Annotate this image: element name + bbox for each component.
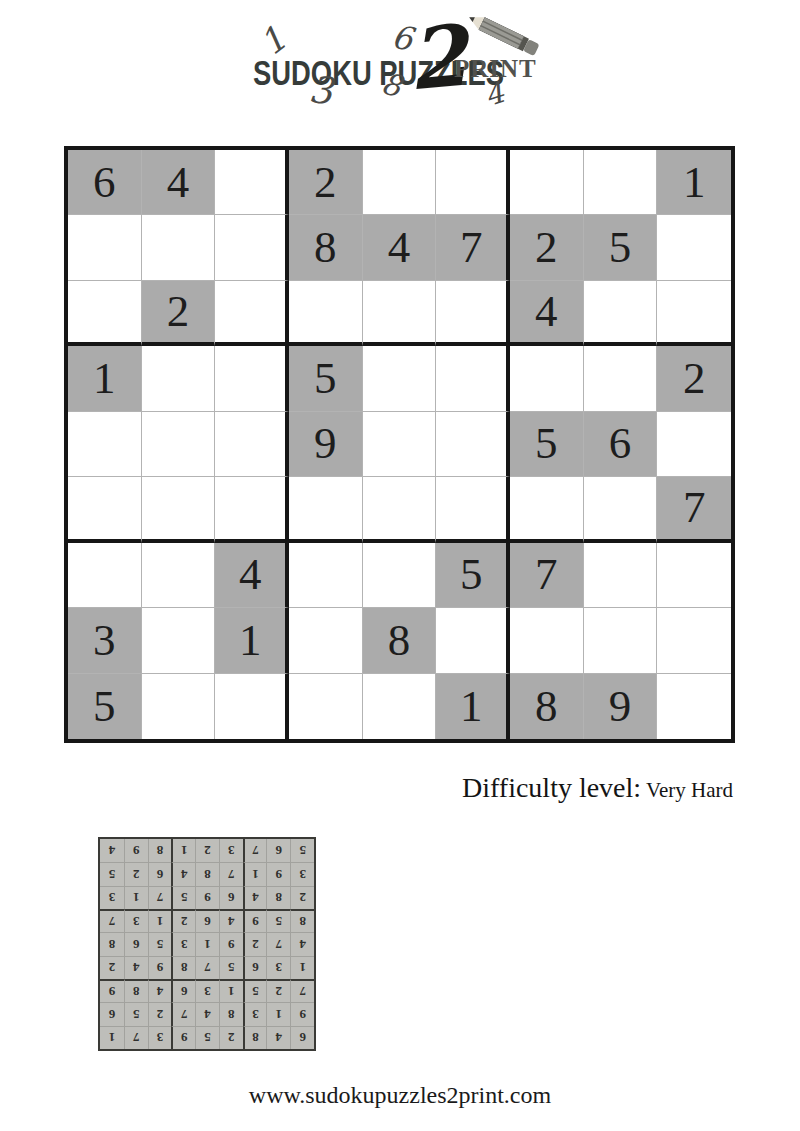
solution-cell-r8c3: 1 xyxy=(243,862,267,885)
cell-r4c7 xyxy=(510,346,584,411)
solution-cell-r3c7: 4 xyxy=(148,979,172,1002)
cell-r6c6 xyxy=(436,477,510,542)
solution-cell-r6c6: 2 xyxy=(171,909,195,932)
cell-r8c6 xyxy=(436,608,510,673)
cell-r2c6: 7 xyxy=(436,215,510,280)
cell-r8c2 xyxy=(142,608,216,673)
solution-cell-r1c3: 8 xyxy=(243,1026,267,1049)
cell-r7c2 xyxy=(142,543,216,608)
difficulty-value: Very Hard xyxy=(646,778,733,803)
cell-r1c8 xyxy=(584,150,658,215)
solution-cell-r2c9: 6 xyxy=(100,1002,124,1025)
solution-cell-r9c9: 4 xyxy=(100,839,124,862)
solution-cell-r1c5: 5 xyxy=(195,1026,219,1049)
cell-r1c1: 6 xyxy=(68,150,142,215)
solution-cell-r4c7: 9 xyxy=(148,956,172,979)
solution-cell-r9c4: 3 xyxy=(219,839,243,862)
sudoku-grid: 6421847252415295674573185189 xyxy=(64,146,735,743)
solution-cell-r3c8: 8 xyxy=(124,979,148,1002)
cell-r4c9: 2 xyxy=(657,346,731,411)
cell-r5c3 xyxy=(215,412,289,477)
solution-cell-r7c2: 8 xyxy=(266,886,290,909)
cell-r2c7: 2 xyxy=(510,215,584,280)
cell-r3c4 xyxy=(289,281,363,346)
solution-cell-r2c8: 5 xyxy=(124,1002,148,1025)
solution-cell-r5c9: 8 xyxy=(100,932,124,955)
cell-r8c5: 8 xyxy=(363,608,437,673)
cell-r1c5 xyxy=(363,150,437,215)
solution-cell-r5c4: 9 xyxy=(219,932,243,955)
cell-r4c1: 1 xyxy=(68,346,142,411)
cell-r6c7 xyxy=(510,477,584,542)
solution-cell-r6c2: 5 xyxy=(266,909,290,932)
solution-cell-r6c7: 1 xyxy=(148,909,172,932)
cell-r4c8 xyxy=(584,346,658,411)
solution-cell-r1c7: 3 xyxy=(148,1026,172,1049)
solution-cell-r7c3: 4 xyxy=(243,886,267,909)
solution-cell-r5c7: 5 xyxy=(148,932,172,955)
cell-r6c8 xyxy=(584,477,658,542)
cell-r3c3 xyxy=(215,281,289,346)
cell-r3c1 xyxy=(68,281,142,346)
solution-cell-r8c7: 6 xyxy=(148,862,172,885)
cell-r6c3 xyxy=(215,477,289,542)
solution-cell-r4c3: 6 xyxy=(243,956,267,979)
cell-r3c5 xyxy=(363,281,437,346)
cell-r9c1: 5 xyxy=(68,674,142,739)
cell-r9c8: 9 xyxy=(584,674,658,739)
cell-r1c9: 1 xyxy=(657,150,731,215)
solution-cell-r9c1: 5 xyxy=(290,839,314,862)
solution-cell-r4c5: 7 xyxy=(195,956,219,979)
solution-cell-r8c8: 2 xyxy=(124,862,148,885)
cell-r7c7: 7 xyxy=(510,543,584,608)
cell-r9c5 xyxy=(363,674,437,739)
cell-r9c9 xyxy=(657,674,731,739)
cell-r2c8: 5 xyxy=(584,215,658,280)
solution-cell-r4c4: 5 xyxy=(219,956,243,979)
logo: 1 SUDOKU PUZZLES 3 6 8 2 PRINT 4 xyxy=(0,0,800,130)
solution-cell-r7c5: 9 xyxy=(195,886,219,909)
solution-cell-r9c6: 1 xyxy=(171,839,195,862)
solution-cell-r7c4: 6 xyxy=(219,886,243,909)
cell-r4c3 xyxy=(215,346,289,411)
solution-cell-r1c1: 6 xyxy=(290,1026,314,1049)
solution-cell-r1c8: 7 xyxy=(124,1026,148,1049)
cell-r9c2 xyxy=(142,674,216,739)
cell-r6c9: 7 xyxy=(657,477,731,542)
solution-cell-r3c9: 9 xyxy=(100,979,124,1002)
cell-r2c4: 8 xyxy=(289,215,363,280)
solution-cell-r5c1: 4 xyxy=(290,932,314,955)
cell-r7c1 xyxy=(68,543,142,608)
solution-grid: 6482593719138472567251364891365789424729… xyxy=(98,837,316,1051)
solution-cell-r5c3: 2 xyxy=(243,932,267,955)
solution-cell-r8c4: 7 xyxy=(219,862,243,885)
solution-cell-r8c9: 5 xyxy=(100,862,124,885)
cell-r5c8: 6 xyxy=(584,412,658,477)
cell-r7c4 xyxy=(289,543,363,608)
solution-cell-r5c2: 7 xyxy=(266,932,290,955)
difficulty-label: Difficulty level: xyxy=(462,772,641,804)
cell-r6c5 xyxy=(363,477,437,542)
page: 1 SUDOKU PUZZLES 3 6 8 2 PRINT 4 6421847… xyxy=(0,0,800,1131)
solution-cell-r9c7: 8 xyxy=(148,839,172,862)
solution-cell-r1c6: 9 xyxy=(171,1026,195,1049)
cell-r9c4 xyxy=(289,674,363,739)
cell-r1c2: 4 xyxy=(142,150,216,215)
cell-r8c4 xyxy=(289,608,363,673)
cell-r4c4: 5 xyxy=(289,346,363,411)
solution-cell-r6c9: 7 xyxy=(100,909,124,932)
cell-r7c6: 5 xyxy=(436,543,510,608)
cell-r5c6 xyxy=(436,412,510,477)
solution-cell-r9c3: 7 xyxy=(243,839,267,862)
cell-r8c8 xyxy=(584,608,658,673)
cell-r3c2: 2 xyxy=(142,281,216,346)
cell-r8c3: 1 xyxy=(215,608,289,673)
cell-r5c1 xyxy=(68,412,142,477)
solution-cell-r2c3: 3 xyxy=(243,1002,267,1025)
solution-cell-r8c6: 4 xyxy=(171,862,195,885)
cell-r2c9 xyxy=(657,215,731,280)
cell-r2c2 xyxy=(142,215,216,280)
cell-r2c3 xyxy=(215,215,289,280)
solution-cell-r4c9: 2 xyxy=(100,956,124,979)
solution-cell-r2c4: 8 xyxy=(219,1002,243,1025)
cell-r6c1 xyxy=(68,477,142,542)
solution-cell-r7c6: 5 xyxy=(171,886,195,909)
solution-cell-r5c5: 1 xyxy=(195,932,219,955)
cell-r7c3: 4 xyxy=(215,543,289,608)
solution-cell-r9c2: 6 xyxy=(266,839,290,862)
solution-cell-r6c4: 4 xyxy=(219,909,243,932)
cell-r1c7 xyxy=(510,150,584,215)
solution-cell-r1c2: 4 xyxy=(266,1026,290,1049)
cell-r4c2 xyxy=(142,346,216,411)
cell-r1c6 xyxy=(436,150,510,215)
cell-r4c6 xyxy=(436,346,510,411)
solution-cell-r4c2: 3 xyxy=(266,956,290,979)
solution-cell-r3c3: 5 xyxy=(243,979,267,1002)
cell-r5c7: 5 xyxy=(510,412,584,477)
solution-cell-r2c6: 7 xyxy=(171,1002,195,1025)
cell-r3c9 xyxy=(657,281,731,346)
cell-r7c8 xyxy=(584,543,658,608)
solution-cell-r6c5: 6 xyxy=(195,909,219,932)
cell-r9c6: 1 xyxy=(436,674,510,739)
cell-r5c2 xyxy=(142,412,216,477)
solution-cell-r6c8: 3 xyxy=(124,909,148,932)
cell-r7c5 xyxy=(363,543,437,608)
solution-cell-r7c1: 2 xyxy=(290,886,314,909)
cell-r8c7 xyxy=(510,608,584,673)
cell-r3c8 xyxy=(584,281,658,346)
solution-cell-r4c6: 8 xyxy=(171,956,195,979)
cell-r1c3 xyxy=(215,150,289,215)
solution-cell-r2c5: 4 xyxy=(195,1002,219,1025)
logo-digit-3: 3 xyxy=(307,71,334,110)
solution-cell-r1c4: 2 xyxy=(219,1026,243,1049)
cell-r4c5 xyxy=(363,346,437,411)
solution-cell-r6c1: 8 xyxy=(290,909,314,932)
website-url: www.sudokupuzzles2print.com xyxy=(0,1082,800,1109)
solution-cell-r5c8: 6 xyxy=(124,932,148,955)
cell-r5c5 xyxy=(363,412,437,477)
cell-r8c1: 3 xyxy=(68,608,142,673)
cell-r6c2 xyxy=(142,477,216,542)
cell-r2c5: 4 xyxy=(363,215,437,280)
solution-cell-r1c9: 1 xyxy=(100,1026,124,1049)
solution-cell-r3c5: 3 xyxy=(195,979,219,1002)
solution-cell-r3c6: 6 xyxy=(171,979,195,1002)
solution-cell-r3c2: 2 xyxy=(266,979,290,1002)
solution-cell-r9c5: 2 xyxy=(195,839,219,862)
solution-cell-r7c8: 1 xyxy=(124,886,148,909)
solution-cell-r8c5: 8 xyxy=(195,862,219,885)
difficulty: Difficulty level: Very Hard xyxy=(462,772,733,804)
solution-cell-r6c3: 9 xyxy=(243,909,267,932)
solution-cell-r4c8: 4 xyxy=(124,956,148,979)
solution-cell-r8c2: 9 xyxy=(266,862,290,885)
cell-r9c3 xyxy=(215,674,289,739)
solution-cell-r2c2: 1 xyxy=(266,1002,290,1025)
cell-r9c7: 8 xyxy=(510,674,584,739)
solution-cell-r9c8: 9 xyxy=(124,839,148,862)
cell-r3c7: 4 xyxy=(510,281,584,346)
solution-cell-r3c1: 7 xyxy=(290,979,314,1002)
solution-cell-r7c7: 7 xyxy=(148,886,172,909)
solution-cell-r8c1: 3 xyxy=(290,862,314,885)
solution-cell-r3c4: 1 xyxy=(219,979,243,1002)
cell-r5c4: 9 xyxy=(289,412,363,477)
cell-r1c4: 2 xyxy=(289,150,363,215)
cell-r7c9 xyxy=(657,543,731,608)
solution-cell-r4c1: 1 xyxy=(290,956,314,979)
cell-r6c4 xyxy=(289,477,363,542)
cell-r2c1 xyxy=(68,215,142,280)
cell-r5c9 xyxy=(657,412,731,477)
solution-cell-r5c6: 3 xyxy=(171,932,195,955)
cell-r8c9 xyxy=(657,608,731,673)
cell-r3c6 xyxy=(436,281,510,346)
solution-cell-r2c7: 2 xyxy=(148,1002,172,1025)
solution-cell-r2c1: 9 xyxy=(290,1002,314,1025)
solution-cell-r7c9: 3 xyxy=(100,886,124,909)
